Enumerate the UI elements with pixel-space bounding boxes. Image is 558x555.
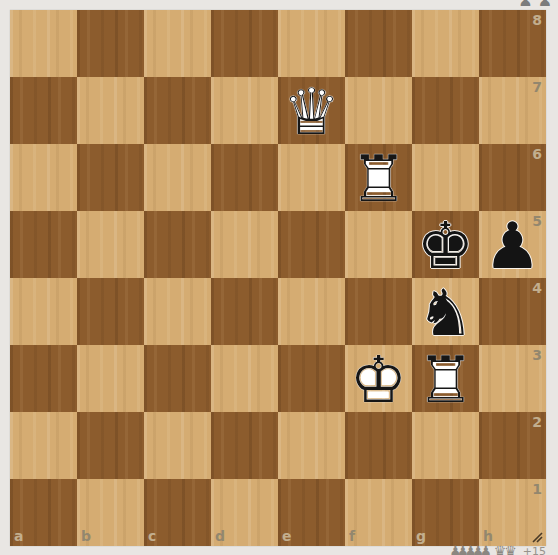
square-a3[interactable] xyxy=(10,345,77,412)
square-g6[interactable] xyxy=(412,144,479,211)
square-b8[interactable] xyxy=(77,10,144,77)
square-h6[interactable]: 6 xyxy=(479,144,546,211)
white-rook-g3[interactable]: ♜♖ xyxy=(412,345,479,412)
square-f1[interactable]: f xyxy=(345,479,412,546)
square-h3[interactable]: 3 xyxy=(479,345,546,412)
square-b1[interactable]: b xyxy=(77,479,144,546)
square-h5[interactable]: 5♟ xyxy=(479,211,546,278)
square-f7[interactable] xyxy=(345,77,412,144)
square-g7[interactable] xyxy=(412,77,479,144)
square-f2[interactable] xyxy=(345,412,412,479)
square-c2[interactable] xyxy=(144,412,211,479)
rank-label-6: 6 xyxy=(532,147,542,161)
square-g1[interactable]: g xyxy=(412,479,479,546)
square-d2[interactable] xyxy=(211,412,278,479)
square-g2[interactable] xyxy=(412,412,479,479)
square-d5[interactable] xyxy=(211,211,278,278)
square-a4[interactable] xyxy=(10,278,77,345)
square-a8[interactable] xyxy=(10,10,77,77)
piece-glyph: ♞ xyxy=(412,278,479,345)
square-c6[interactable] xyxy=(144,144,211,211)
rank-label-3: 3 xyxy=(532,348,542,362)
square-c8[interactable] xyxy=(144,10,211,77)
rank-label-4: 4 xyxy=(532,281,542,295)
cropped-captured-piece-icons: ♟♟ xyxy=(518,0,552,9)
square-f5[interactable] xyxy=(345,211,412,278)
file-label-h: h xyxy=(483,529,493,543)
square-a7[interactable] xyxy=(10,77,77,144)
square-e3[interactable] xyxy=(278,345,345,412)
square-b6[interactable] xyxy=(77,144,144,211)
square-c3[interactable] xyxy=(144,345,211,412)
piece-outline: ♔ xyxy=(345,345,412,412)
piece-glyph: ♚ xyxy=(412,211,479,278)
file-label-f: f xyxy=(349,529,355,543)
square-g3[interactable]: ♜♖ xyxy=(412,345,479,412)
square-d8[interactable] xyxy=(211,10,278,77)
square-c7[interactable] xyxy=(144,77,211,144)
black-pawn-h5[interactable]: ♟ xyxy=(479,211,546,278)
black-knight-g4[interactable]: ♞ xyxy=(412,278,479,345)
square-b3[interactable] xyxy=(77,345,144,412)
square-b5[interactable] xyxy=(77,211,144,278)
square-e5[interactable] xyxy=(278,211,345,278)
square-c4[interactable] xyxy=(144,278,211,345)
piece-outline: ♖ xyxy=(345,144,412,211)
square-e8[interactable] xyxy=(278,10,345,77)
chess-board[interactable]: 8♛♕7♜♖6♚5♟♞4♚♔♜♖32abcdefgh1 xyxy=(10,10,546,546)
square-d7[interactable] xyxy=(211,77,278,144)
white-rook-f6[interactable]: ♜♖ xyxy=(345,144,412,211)
piece-outline: ♖ xyxy=(412,345,479,412)
square-e1[interactable]: e xyxy=(278,479,345,546)
square-a5[interactable] xyxy=(10,211,77,278)
rank-label-7: 7 xyxy=(532,80,542,94)
white-queen-e7[interactable]: ♛♕ xyxy=(278,77,345,144)
square-f3[interactable]: ♚♔ xyxy=(345,345,412,412)
black-king-g5[interactable]: ♚ xyxy=(412,211,479,278)
file-label-c: c xyxy=(148,529,156,543)
file-label-e: e xyxy=(282,529,292,543)
rank-label-8: 8 xyxy=(532,13,542,27)
square-c5[interactable] xyxy=(144,211,211,278)
square-d4[interactable] xyxy=(211,278,278,345)
square-b4[interactable] xyxy=(77,278,144,345)
square-f6[interactable]: ♜♖ xyxy=(345,144,412,211)
square-e7[interactable]: ♛♕ xyxy=(278,77,345,144)
square-e4[interactable] xyxy=(278,278,345,345)
rank-label-1: 1 xyxy=(532,482,542,496)
square-b2[interactable] xyxy=(77,412,144,479)
pawn-icon: ♟ xyxy=(538,0,552,9)
file-label-d: d xyxy=(215,529,225,543)
square-g5[interactable]: ♚ xyxy=(412,211,479,278)
square-d1[interactable]: d xyxy=(211,479,278,546)
captured-piece-icons: ♛♛ xyxy=(494,545,515,555)
square-d6[interactable] xyxy=(211,144,278,211)
piece-glyph: ♟ xyxy=(479,211,546,278)
board-resize-handle-icon[interactable] xyxy=(530,530,544,544)
square-f4[interactable] xyxy=(345,278,412,345)
square-g4[interactable]: ♞ xyxy=(412,278,479,345)
file-label-b: b xyxy=(81,529,91,543)
square-b7[interactable] xyxy=(77,77,144,144)
square-h8[interactable]: 8 xyxy=(479,10,546,77)
rank-label-2: 2 xyxy=(532,415,542,429)
square-a6[interactable] xyxy=(10,144,77,211)
square-e2[interactable] xyxy=(278,412,345,479)
square-g8[interactable] xyxy=(412,10,479,77)
pawn-icon: ♟ xyxy=(518,0,532,9)
square-a2[interactable] xyxy=(10,412,77,479)
square-e6[interactable] xyxy=(278,144,345,211)
square-h2[interactable]: 2 xyxy=(479,412,546,479)
square-d3[interactable] xyxy=(211,345,278,412)
material-advantage-label: +15 xyxy=(523,545,546,555)
square-f8[interactable] xyxy=(345,10,412,77)
square-c1[interactable]: c xyxy=(144,479,211,546)
square-a1[interactable]: a xyxy=(10,479,77,546)
square-h4[interactable]: 4 xyxy=(479,278,546,345)
white-king-f3[interactable]: ♚♔ xyxy=(345,345,412,412)
piece-outline: ♕ xyxy=(278,77,345,144)
file-label-g: g xyxy=(416,529,426,543)
file-label-a: a xyxy=(14,529,23,543)
captured-pawn-icons: ♟♟♟♟♟ xyxy=(449,545,487,555)
square-h7[interactable]: 7 xyxy=(479,77,546,144)
material-difference-bar: ♟♟♟♟♟ ♛♛ +15 xyxy=(449,544,546,555)
